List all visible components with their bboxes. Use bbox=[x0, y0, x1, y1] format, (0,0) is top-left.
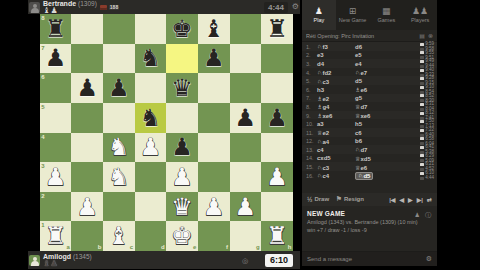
move-list[interactable]: 1.♘f3d69:599:582.e3e59:559:513.d4e49:499… bbox=[302, 42, 437, 180]
square-a5[interactable]: 5 bbox=[40, 103, 72, 133]
square-b5[interactable] bbox=[71, 103, 103, 133]
new-game-icon: ⊞ bbox=[349, 7, 357, 16]
square-f4[interactable] bbox=[198, 133, 230, 163]
white-move[interactable]: h3 bbox=[317, 87, 355, 93]
black-move-clock: 4:44 bbox=[420, 176, 434, 181]
coord-rank-2: 2 bbox=[41, 193, 44, 199]
chat-settings-icon[interactable]: ⚙ bbox=[426, 255, 432, 263]
top-player-bar: Bertrande (1309) ♝ ♟ 188 4:44 ⚙ bbox=[28, 0, 300, 14]
move-row-10: 10.a3h57:507:13 bbox=[302, 119, 437, 128]
info-icon[interactable]: ⓘ bbox=[425, 211, 431, 220]
white-rook-a1[interactable]: ♜ bbox=[40, 221, 72, 251]
white-bishop-c1[interactable]: ♝ bbox=[103, 221, 135, 251]
black-move[interactable]: d6 bbox=[355, 44, 393, 50]
white-move[interactable]: ♘fd2 bbox=[317, 69, 355, 76]
square-g1[interactable]: g bbox=[230, 221, 262, 251]
bottom-player-bar: Amilogd (1345) ♝ ♟ ◎ 6:10 bbox=[28, 251, 300, 269]
black-move[interactable]: e4 bbox=[355, 61, 393, 67]
resign-flag-icon: ⚑ bbox=[336, 195, 342, 203]
square-d8[interactable] bbox=[135, 14, 167, 44]
square-d1[interactable]: d bbox=[135, 221, 167, 251]
clock-white-active: 6:10 bbox=[265, 254, 293, 267]
square-c7[interactable] bbox=[103, 44, 135, 74]
clock-black: 4:44 bbox=[264, 2, 288, 13]
black-move[interactable]: ♘d7 bbox=[355, 146, 393, 153]
square-b2[interactable]: ♟ bbox=[71, 192, 103, 222]
square-c5[interactable] bbox=[103, 103, 135, 133]
black-queen-e6[interactable]: ♛ bbox=[166, 73, 198, 103]
white-pawn-g2[interactable]: ♟ bbox=[230, 192, 262, 222]
black-move[interactable]: c6 bbox=[355, 130, 393, 136]
move-number: 10. bbox=[306, 121, 317, 127]
white-move[interactable]: ♗e2 bbox=[317, 95, 355, 102]
black-pawn-a7[interactable]: ♟ bbox=[40, 44, 72, 74]
square-g3[interactable] bbox=[230, 162, 262, 192]
square-g2[interactable]: ♟ bbox=[230, 192, 262, 222]
white-queen-e2[interactable]: ♛ bbox=[166, 192, 198, 222]
square-c6[interactable]: ♟ bbox=[103, 73, 135, 103]
move-nav-buttons: |◀◀▶▶|⇄ bbox=[389, 196, 432, 203]
move-number: 11. bbox=[306, 130, 317, 136]
flag-icon bbox=[100, 5, 107, 10]
black-move[interactable]: ♕xe6 bbox=[355, 112, 393, 119]
player-rating-bottom: (1345) bbox=[73, 253, 92, 260]
back-button[interactable]: ◀ bbox=[399, 196, 404, 203]
resign-button[interactable]: ⚑ Resign bbox=[336, 195, 364, 203]
players-icon: ♟♟ bbox=[412, 7, 428, 16]
move-row-16: 16.♘c4♘d56:104:44 bbox=[302, 171, 437, 180]
avatar[interactable] bbox=[29, 255, 40, 266]
square-f5[interactable] bbox=[198, 103, 230, 133]
white-move[interactable]: ♕e2 bbox=[317, 129, 355, 136]
black-pawn-g5[interactable]: ♟ bbox=[230, 103, 262, 133]
move-row-3: 3.d4e49:499:44 bbox=[302, 59, 437, 68]
white-move[interactable]: c4 bbox=[317, 147, 355, 153]
white-move[interactable]: ♘f3 bbox=[317, 43, 355, 50]
white-move[interactable]: ♘c4 bbox=[317, 172, 355, 179]
tab-play[interactable]: ♟Play bbox=[302, 0, 336, 30]
square-g6[interactable] bbox=[230, 73, 262, 103]
new-game-summary: NEW GAME Amilogd (1343) vs. Bertrande (1… bbox=[302, 206, 437, 238]
black-move[interactable]: ♕d7 bbox=[355, 103, 393, 110]
square-b7[interactable] bbox=[71, 44, 103, 74]
square-a2[interactable]: 2 bbox=[40, 192, 72, 222]
square-c4[interactable]: ♞ bbox=[103, 133, 135, 163]
square-d7[interactable]: ♞ bbox=[135, 44, 167, 74]
white-knight-c4[interactable]: ♞ bbox=[103, 133, 135, 163]
square-e1[interactable]: e♚ bbox=[166, 221, 198, 251]
square-a8[interactable]: 8♜ bbox=[40, 14, 72, 44]
coord-file-f: f bbox=[226, 244, 228, 250]
coord-rank-6: 6 bbox=[41, 74, 44, 80]
move-number: 5. bbox=[306, 78, 317, 84]
new-game-players: Amilogd (1343) vs. Bertrande (1309) (10 … bbox=[307, 219, 432, 225]
move-number: 15. bbox=[306, 164, 317, 170]
square-e3[interactable]: ♟ bbox=[166, 162, 198, 192]
move-number: 8. bbox=[306, 104, 317, 110]
square-c2[interactable] bbox=[103, 192, 135, 222]
black-move[interactable]: ♕e6 bbox=[355, 164, 393, 171]
square-g4[interactable] bbox=[230, 133, 262, 163]
black-knight-d5[interactable]: ♞ bbox=[135, 103, 167, 133]
app-window: Bertrande (1309) ♝ ♟ 188 4:44 ⚙ 8♜♚♝♜7♟♞… bbox=[0, 0, 480, 270]
square-c8[interactable] bbox=[103, 14, 135, 44]
square-g7[interactable] bbox=[230, 44, 262, 74]
white-pawn-b2[interactable]: ♟ bbox=[71, 192, 103, 222]
move-row-12: 12.♘a4b66:586:04 bbox=[302, 137, 437, 146]
white-move[interactable]: ♘c3 bbox=[317, 78, 355, 85]
move-number: 6. bbox=[306, 87, 317, 93]
square-e2[interactable]: ♛ bbox=[166, 192, 198, 222]
coord-rank-5: 5 bbox=[41, 104, 44, 110]
white-move[interactable]: ♗xe6 bbox=[317, 112, 355, 119]
black-move[interactable]: ♘d5 bbox=[355, 172, 393, 179]
square-d5[interactable]: ♞ bbox=[135, 103, 167, 133]
games-grid-icon: ▦ bbox=[382, 7, 391, 16]
go-end-button[interactable]: ▶| bbox=[417, 196, 423, 203]
square-a3[interactable]: 3♟ bbox=[40, 162, 72, 192]
square-e7[interactable] bbox=[166, 44, 198, 74]
move-row-13: 13.c4♘d76:415:38 bbox=[302, 145, 437, 154]
black-move[interactable]: g5 bbox=[355, 95, 393, 101]
tab-players[interactable]: ♟♟Players bbox=[403, 0, 437, 30]
tab-games[interactable]: ▦Games bbox=[370, 0, 404, 30]
square-e6[interactable]: ♛ bbox=[166, 73, 198, 103]
black-rook-h8[interactable]: ♜ bbox=[261, 14, 293, 44]
move-number: 14. bbox=[306, 155, 317, 161]
move-row-6: 6.h3♗e69:108:54 bbox=[302, 85, 437, 94]
tab-bar: ♟Play⊞New Game▦Games♟♟Players bbox=[302, 0, 437, 30]
square-g5[interactable]: ♟ bbox=[230, 103, 262, 133]
move-row-9: 9.♗xe6♕xe68:127:41 bbox=[302, 111, 437, 120]
half-point-icon: ½ bbox=[307, 196, 312, 203]
black-king-e8[interactable]: ♚ bbox=[166, 14, 198, 44]
avatar[interactable] bbox=[29, 2, 40, 13]
black-move[interactable]: b6 bbox=[355, 138, 393, 144]
move-row-4: 4.♘fd2♘e79:409:33 bbox=[302, 68, 437, 77]
white-pawn-a3[interactable]: ♟ bbox=[40, 162, 72, 192]
square-b6[interactable]: ♟ bbox=[71, 73, 103, 103]
white-king-e1[interactable]: ♚ bbox=[166, 221, 198, 251]
black-pawn-b6[interactable]: ♟ bbox=[71, 73, 103, 103]
white-move[interactable]: e3 bbox=[317, 52, 355, 58]
new-game-rating-odds: win +7 / draw -1 / loss -9 bbox=[307, 227, 432, 233]
move-row-11: 11.♕e2c67:226:40 bbox=[302, 128, 437, 137]
square-h2[interactable] bbox=[261, 192, 293, 222]
black-move[interactable]: d5 bbox=[355, 78, 393, 84]
square-g8[interactable] bbox=[230, 14, 262, 44]
coord-rank-4: 4 bbox=[41, 134, 44, 140]
square-d6[interactable] bbox=[135, 73, 167, 103]
white-move[interactable]: a3 bbox=[317, 121, 355, 127]
black-pawn-c6[interactable]: ♟ bbox=[103, 73, 135, 103]
square-a1[interactable]: 1a♜ bbox=[40, 221, 72, 251]
draw-button[interactable]: ½ Draw bbox=[307, 196, 329, 203]
move-number: 4. bbox=[306, 70, 317, 76]
square-b4[interactable] bbox=[71, 133, 103, 163]
game-controls: ½ Draw ⚑ Resign |◀◀▶▶|⇄ bbox=[302, 193, 437, 206]
play-pawn-icon: ♟ bbox=[315, 7, 323, 16]
square-h1[interactable]: h♜ bbox=[261, 221, 293, 251]
white-pawn-e3[interactable]: ♟ bbox=[166, 162, 198, 192]
square-c3[interactable]: ♞ bbox=[103, 162, 135, 192]
square-f7[interactable]: ♟ bbox=[198, 44, 230, 74]
player-badge: 188 bbox=[109, 5, 119, 10]
move-row-7: 7.♗e2g58:528:30 bbox=[302, 94, 437, 103]
square-e8[interactable]: ♚ bbox=[166, 14, 198, 44]
square-a7[interactable]: 7♟ bbox=[40, 44, 72, 74]
focus-eye-icon[interactable]: ◎ bbox=[242, 257, 248, 265]
move-number: 12. bbox=[306, 138, 317, 144]
gear-icon[interactable]: ⚙ bbox=[292, 2, 299, 11]
move-row-1: 1.♘f3d69:599:58 bbox=[302, 42, 437, 51]
chat-bar: Send a message ⚙ bbox=[302, 251, 437, 266]
move-number: 13. bbox=[306, 147, 317, 153]
player-rating-top: (1309) bbox=[78, 0, 97, 7]
side-panel: ♟Play⊞New Game▦Games♟♟Players Réti Openi… bbox=[302, 0, 437, 266]
square-h5[interactable]: ♟ bbox=[261, 103, 293, 133]
forward-button[interactable]: ▶ bbox=[408, 196, 413, 203]
black-pawn-f7[interactable]: ♟ bbox=[198, 44, 230, 74]
move-number: 16. bbox=[306, 173, 317, 179]
move-number: 1. bbox=[306, 44, 317, 50]
tab-new-game[interactable]: ⊞New Game bbox=[336, 0, 370, 30]
captured-pieces-bottom: ♝ ♟ bbox=[43, 261, 92, 267]
square-f8[interactable]: ♝ bbox=[198, 14, 230, 44]
square-d4[interactable]: ♟ bbox=[135, 133, 167, 163]
square-e4[interactable]: ♟ bbox=[166, 133, 198, 163]
chess-board[interactable]: 8♜♚♝♜7♟♞♟6♟♟♛5♞♟♟4♞♟♟3♟♞♟♟2♟♛♟♟1a♜bc♝de♚… bbox=[40, 14, 293, 251]
flip-board-button[interactable]: ⇄ bbox=[427, 196, 432, 203]
square-d2[interactable] bbox=[135, 192, 167, 222]
black-move[interactable]: ♕xd5 bbox=[355, 155, 393, 162]
square-h3[interactable]: ♟ bbox=[261, 162, 293, 192]
move-row-15: 15.♘c3♕e66:214:52 bbox=[302, 162, 437, 171]
white-move[interactable]: cxd5 bbox=[317, 155, 355, 161]
black-pawn-e4[interactable]: ♟ bbox=[166, 133, 198, 163]
move-number: 2. bbox=[306, 52, 317, 58]
square-f3[interactable] bbox=[198, 162, 230, 192]
move-row-2: 2.e3e59:559:51 bbox=[302, 51, 437, 60]
move-number: 7. bbox=[306, 95, 317, 101]
black-knight-d7[interactable]: ♞ bbox=[135, 44, 167, 74]
opening-name: Réti Opening: Pirc Invitation bbox=[306, 33, 419, 39]
white-move[interactable]: ♘a4 bbox=[317, 138, 355, 145]
black-move[interactable]: ♘e7 bbox=[355, 69, 393, 76]
square-b8[interactable] bbox=[71, 14, 103, 44]
white-pawn-f2[interactable]: ♟ bbox=[198, 192, 230, 222]
white-knight-c3[interactable]: ♞ bbox=[103, 162, 135, 192]
board-column: Bertrande (1309) ♝ ♟ 188 4:44 ⚙ 8♜♚♝♜7♟♞… bbox=[28, 0, 300, 270]
go-start-button[interactable]: |◀ bbox=[389, 196, 395, 203]
square-b3[interactable] bbox=[71, 162, 103, 192]
move-row-8: 8.♗g4♕d78:318:04 bbox=[302, 102, 437, 111]
square-a6[interactable]: 6 bbox=[40, 73, 72, 103]
white-move[interactable]: d4 bbox=[317, 61, 355, 67]
move-row-14: 14.cxd5♕xd56:295:09 bbox=[302, 154, 437, 163]
black-move[interactable]: e5 bbox=[355, 52, 393, 58]
black-rook-a8[interactable]: ♜ bbox=[40, 14, 72, 44]
square-a4[interactable]: 4 bbox=[40, 133, 72, 163]
square-h8[interactable]: ♜ bbox=[261, 14, 293, 44]
white-rook-h1[interactable]: ♜ bbox=[261, 221, 293, 251]
dismiss-icon[interactable]: ⊗ bbox=[428, 32, 433, 39]
square-h6[interactable] bbox=[261, 73, 293, 103]
square-e5[interactable] bbox=[166, 103, 198, 133]
black-bishop-f8[interactable]: ♝ bbox=[198, 14, 230, 44]
white-move[interactable]: ♗g4 bbox=[317, 103, 355, 110]
coord-file-b: b bbox=[98, 244, 102, 250]
move-number: 9. bbox=[306, 113, 317, 119]
square-c1[interactable]: c♝ bbox=[103, 221, 135, 251]
square-d3[interactable] bbox=[135, 162, 167, 192]
square-f2[interactable]: ♟ bbox=[198, 192, 230, 222]
white-move[interactable]: ♘c3 bbox=[317, 164, 355, 171]
opening-row: Réti Opening: Pirc Invitation ▤ ⊗ bbox=[302, 30, 437, 42]
white-pawn-d4[interactable]: ♟ bbox=[135, 133, 167, 163]
black-move[interactable]: h5 bbox=[355, 121, 393, 127]
square-b1[interactable]: b bbox=[71, 221, 103, 251]
move-row-5: 5.♘c3d59:289:15 bbox=[302, 76, 437, 85]
black-pawn-h5[interactable]: ♟ bbox=[261, 103, 293, 133]
new-game-title: NEW GAME bbox=[307, 210, 432, 217]
square-h4[interactable] bbox=[261, 133, 293, 163]
black-move[interactable]: ♗e6 bbox=[355, 86, 393, 93]
white-pawn-h3[interactable]: ♟ bbox=[261, 162, 293, 192]
square-h7[interactable] bbox=[261, 44, 293, 74]
move-number: 3. bbox=[306, 61, 317, 67]
board-preview-icon[interactable]: ▤ bbox=[419, 32, 425, 39]
chat-input[interactable]: Send a message bbox=[307, 256, 426, 262]
coord-file-d: d bbox=[161, 244, 165, 250]
square-f6[interactable] bbox=[198, 73, 230, 103]
square-f1[interactable]: f bbox=[198, 221, 230, 251]
share-icon[interactable]: ♟ bbox=[415, 211, 420, 220]
coord-file-g: g bbox=[256, 244, 260, 250]
